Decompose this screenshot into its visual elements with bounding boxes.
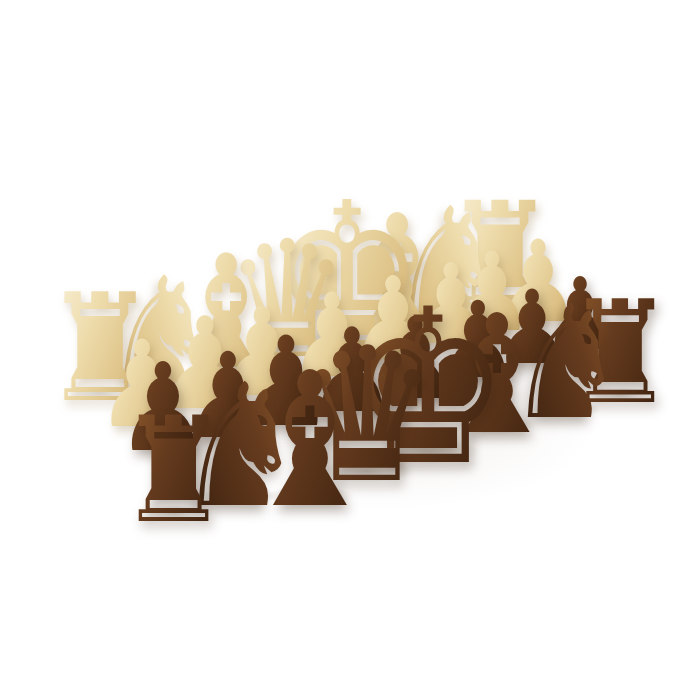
dark-rook-a: ♜ <box>118 397 229 543</box>
chess-set-photo: ♜♞♝♛♚♝♞♜♟♟♟♟♟♟♟♟♟♟♟♟♟♟♟♟♜♞♝♛♚♝♞♜ <box>0 0 700 700</box>
